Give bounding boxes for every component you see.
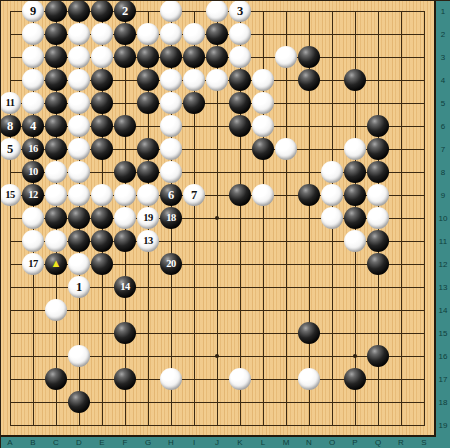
intersection-B1[interactable]: 9: [22, 0, 45, 23]
intersection-O14[interactable]: [321, 299, 344, 322]
intersection-P16[interactable]: [344, 345, 367, 368]
intersection-M4[interactable]: [275, 69, 298, 92]
intersection-H13[interactable]: [160, 276, 183, 299]
intersection-F7[interactable]: [114, 138, 137, 161]
intersection-O5[interactable]: [321, 92, 344, 115]
intersection-H14[interactable]: [160, 299, 183, 322]
intersection-A16[interactable]: [0, 345, 22, 368]
intersection-R12[interactable]: [390, 253, 413, 276]
intersection-F2[interactable]: [114, 23, 137, 46]
intersection-B4[interactable]: [22, 69, 45, 92]
intersection-I10[interactable]: [183, 207, 206, 230]
intersection-P15[interactable]: [344, 322, 367, 345]
intersection-Q9[interactable]: [367, 184, 390, 207]
intersection-E14[interactable]: [91, 299, 114, 322]
intersection-K6[interactable]: [229, 115, 252, 138]
intersection-C5[interactable]: [45, 92, 68, 115]
intersection-M5[interactable]: [275, 92, 298, 115]
intersection-K4[interactable]: [229, 69, 252, 92]
intersection-C3[interactable]: [45, 46, 68, 69]
intersection-M10[interactable]: [275, 207, 298, 230]
intersection-I5[interactable]: [183, 92, 206, 115]
intersection-M13[interactable]: [275, 276, 298, 299]
intersection-O9[interactable]: [321, 184, 344, 207]
intersection-H12[interactable]: 20: [160, 253, 183, 276]
intersection-K12[interactable]: [229, 253, 252, 276]
intersection-D6[interactable]: [68, 115, 91, 138]
intersection-J6[interactable]: [206, 115, 229, 138]
intersection-S12[interactable]: [413, 253, 436, 276]
intersection-N5[interactable]: [298, 92, 321, 115]
intersection-F16[interactable]: [114, 345, 137, 368]
intersection-E8[interactable]: [91, 161, 114, 184]
intersection-F19[interactable]: [114, 414, 137, 437]
intersection-J7[interactable]: [206, 138, 229, 161]
board-intersections[interactable]: 92311845161015126719181317▲20114: [0, 0, 436, 437]
intersection-K9[interactable]: [229, 184, 252, 207]
intersection-D15[interactable]: [68, 322, 91, 345]
intersection-B17[interactable]: [22, 368, 45, 391]
intersection-Q4[interactable]: [367, 69, 390, 92]
intersection-N16[interactable]: [298, 345, 321, 368]
intersection-C7[interactable]: [45, 138, 68, 161]
intersection-F1[interactable]: 2: [114, 0, 137, 23]
intersection-Q16[interactable]: [367, 345, 390, 368]
intersection-B19[interactable]: [22, 414, 45, 437]
intersection-M12[interactable]: [275, 253, 298, 276]
intersection-R1[interactable]: [390, 0, 413, 23]
intersection-O1[interactable]: [321, 0, 344, 23]
intersection-D3[interactable]: [68, 46, 91, 69]
intersection-N4[interactable]: [298, 69, 321, 92]
intersection-M16[interactable]: [275, 345, 298, 368]
intersection-J15[interactable]: [206, 322, 229, 345]
intersection-R5[interactable]: [390, 92, 413, 115]
intersection-J13[interactable]: [206, 276, 229, 299]
intersection-P8[interactable]: [344, 161, 367, 184]
intersection-E7[interactable]: [91, 138, 114, 161]
intersection-A4[interactable]: [0, 69, 22, 92]
intersection-D5[interactable]: [68, 92, 91, 115]
intersection-B3[interactable]: [22, 46, 45, 69]
intersection-I4[interactable]: [183, 69, 206, 92]
intersection-G16[interactable]: [137, 345, 160, 368]
intersection-A7[interactable]: 5: [0, 138, 22, 161]
intersection-N14[interactable]: [298, 299, 321, 322]
intersection-F8[interactable]: [114, 161, 137, 184]
intersection-I2[interactable]: [183, 23, 206, 46]
intersection-A8[interactable]: [0, 161, 22, 184]
intersection-F17[interactable]: [114, 368, 137, 391]
intersection-P5[interactable]: [344, 92, 367, 115]
intersection-H4[interactable]: [160, 69, 183, 92]
intersection-J8[interactable]: [206, 161, 229, 184]
intersection-E10[interactable]: [91, 207, 114, 230]
intersection-I11[interactable]: [183, 230, 206, 253]
intersection-M15[interactable]: [275, 322, 298, 345]
intersection-B13[interactable]: [22, 276, 45, 299]
intersection-L14[interactable]: [252, 299, 275, 322]
intersection-E17[interactable]: [91, 368, 114, 391]
intersection-H1[interactable]: [160, 0, 183, 23]
intersection-S10[interactable]: [413, 207, 436, 230]
intersection-G10[interactable]: 19: [137, 207, 160, 230]
intersection-F9[interactable]: [114, 184, 137, 207]
intersection-L4[interactable]: [252, 69, 275, 92]
intersection-E15[interactable]: [91, 322, 114, 345]
intersection-N6[interactable]: [298, 115, 321, 138]
intersection-R8[interactable]: [390, 161, 413, 184]
intersection-J17[interactable]: [206, 368, 229, 391]
intersection-J18[interactable]: [206, 391, 229, 414]
intersection-S6[interactable]: [413, 115, 436, 138]
intersection-P9[interactable]: [344, 184, 367, 207]
intersection-G19[interactable]: [137, 414, 160, 437]
intersection-Q12[interactable]: [367, 253, 390, 276]
intersection-N3[interactable]: [298, 46, 321, 69]
intersection-F15[interactable]: [114, 322, 137, 345]
intersection-K8[interactable]: [229, 161, 252, 184]
intersection-C13[interactable]: [45, 276, 68, 299]
intersection-H2[interactable]: [160, 23, 183, 46]
intersection-D4[interactable]: [68, 69, 91, 92]
intersection-E9[interactable]: [91, 184, 114, 207]
intersection-A11[interactable]: [0, 230, 22, 253]
intersection-R14[interactable]: [390, 299, 413, 322]
intersection-C9[interactable]: [45, 184, 68, 207]
intersection-Q6[interactable]: [367, 115, 390, 138]
intersection-H7[interactable]: [160, 138, 183, 161]
intersection-C2[interactable]: [45, 23, 68, 46]
intersection-A6[interactable]: 8: [0, 115, 22, 138]
intersection-K14[interactable]: [229, 299, 252, 322]
intersection-F11[interactable]: [114, 230, 137, 253]
intersection-J2[interactable]: [206, 23, 229, 46]
intersection-H10[interactable]: 18: [160, 207, 183, 230]
intersection-C4[interactable]: [45, 69, 68, 92]
intersection-F5[interactable]: [114, 92, 137, 115]
intersection-G18[interactable]: [137, 391, 160, 414]
intersection-A13[interactable]: [0, 276, 22, 299]
intersection-I9[interactable]: 7: [183, 184, 206, 207]
intersection-N17[interactable]: [298, 368, 321, 391]
intersection-P17[interactable]: [344, 368, 367, 391]
intersection-H5[interactable]: [160, 92, 183, 115]
intersection-O6[interactable]: [321, 115, 344, 138]
intersection-A2[interactable]: [0, 23, 22, 46]
intersection-L12[interactable]: [252, 253, 275, 276]
intersection-B18[interactable]: [22, 391, 45, 414]
intersection-N19[interactable]: [298, 414, 321, 437]
intersection-A10[interactable]: [0, 207, 22, 230]
intersection-E1[interactable]: [91, 0, 114, 23]
intersection-I16[interactable]: [183, 345, 206, 368]
intersection-P19[interactable]: [344, 414, 367, 437]
intersection-B16[interactable]: [22, 345, 45, 368]
intersection-A1[interactable]: [0, 0, 22, 23]
intersection-D7[interactable]: [68, 138, 91, 161]
intersection-E5[interactable]: [91, 92, 114, 115]
intersection-L16[interactable]: [252, 345, 275, 368]
intersection-M17[interactable]: [275, 368, 298, 391]
intersection-P6[interactable]: [344, 115, 367, 138]
intersection-O10[interactable]: [321, 207, 344, 230]
intersection-B15[interactable]: [22, 322, 45, 345]
intersection-B2[interactable]: [22, 23, 45, 46]
intersection-I18[interactable]: [183, 391, 206, 414]
intersection-E18[interactable]: [91, 391, 114, 414]
intersection-A14[interactable]: [0, 299, 22, 322]
intersection-E4[interactable]: [91, 69, 114, 92]
intersection-Q13[interactable]: [367, 276, 390, 299]
intersection-L7[interactable]: [252, 138, 275, 161]
intersection-I14[interactable]: [183, 299, 206, 322]
intersection-I17[interactable]: [183, 368, 206, 391]
intersection-F3[interactable]: [114, 46, 137, 69]
intersection-P18[interactable]: [344, 391, 367, 414]
intersection-I13[interactable]: [183, 276, 206, 299]
intersection-J1[interactable]: [206, 0, 229, 23]
intersection-N10[interactable]: [298, 207, 321, 230]
intersection-G2[interactable]: [137, 23, 160, 46]
intersection-S16[interactable]: [413, 345, 436, 368]
intersection-L10[interactable]: [252, 207, 275, 230]
intersection-J19[interactable]: [206, 414, 229, 437]
intersection-E13[interactable]: [91, 276, 114, 299]
intersection-L1[interactable]: [252, 0, 275, 23]
intersection-S19[interactable]: [413, 414, 436, 437]
intersection-J4[interactable]: [206, 69, 229, 92]
intersection-Q17[interactable]: [367, 368, 390, 391]
intersection-R11[interactable]: [390, 230, 413, 253]
intersection-L19[interactable]: [252, 414, 275, 437]
intersection-D12[interactable]: [68, 253, 91, 276]
intersection-K3[interactable]: [229, 46, 252, 69]
intersection-D16[interactable]: [68, 345, 91, 368]
intersection-O11[interactable]: [321, 230, 344, 253]
intersection-H17[interactable]: [160, 368, 183, 391]
intersection-G6[interactable]: [137, 115, 160, 138]
intersection-M18[interactable]: [275, 391, 298, 414]
intersection-K18[interactable]: [229, 391, 252, 414]
intersection-K10[interactable]: [229, 207, 252, 230]
intersection-G5[interactable]: [137, 92, 160, 115]
intersection-A19[interactable]: [0, 414, 22, 437]
intersection-E3[interactable]: [91, 46, 114, 69]
intersection-P14[interactable]: [344, 299, 367, 322]
intersection-O13[interactable]: [321, 276, 344, 299]
intersection-P11[interactable]: [344, 230, 367, 253]
intersection-K15[interactable]: [229, 322, 252, 345]
intersection-L15[interactable]: [252, 322, 275, 345]
intersection-M1[interactable]: [275, 0, 298, 23]
intersection-H11[interactable]: [160, 230, 183, 253]
intersection-D11[interactable]: [68, 230, 91, 253]
intersection-C11[interactable]: [45, 230, 68, 253]
intersection-R9[interactable]: [390, 184, 413, 207]
intersection-K1[interactable]: 3: [229, 0, 252, 23]
intersection-P3[interactable]: [344, 46, 367, 69]
intersection-A12[interactable]: [0, 253, 22, 276]
intersection-O12[interactable]: [321, 253, 344, 276]
intersection-C16[interactable]: [45, 345, 68, 368]
intersection-S17[interactable]: [413, 368, 436, 391]
intersection-O16[interactable]: [321, 345, 344, 368]
intersection-N8[interactable]: [298, 161, 321, 184]
intersection-N12[interactable]: [298, 253, 321, 276]
intersection-L11[interactable]: [252, 230, 275, 253]
intersection-E19[interactable]: [91, 414, 114, 437]
intersection-S9[interactable]: [413, 184, 436, 207]
intersection-Q10[interactable]: [367, 207, 390, 230]
intersection-J12[interactable]: [206, 253, 229, 276]
intersection-H15[interactable]: [160, 322, 183, 345]
intersection-P1[interactable]: [344, 0, 367, 23]
intersection-M11[interactable]: [275, 230, 298, 253]
intersection-C14[interactable]: [45, 299, 68, 322]
intersection-I8[interactable]: [183, 161, 206, 184]
intersection-S7[interactable]: [413, 138, 436, 161]
intersection-D14[interactable]: [68, 299, 91, 322]
intersection-R17[interactable]: [390, 368, 413, 391]
intersection-G4[interactable]: [137, 69, 160, 92]
intersection-K13[interactable]: [229, 276, 252, 299]
intersection-O3[interactable]: [321, 46, 344, 69]
intersection-R7[interactable]: [390, 138, 413, 161]
intersection-J5[interactable]: [206, 92, 229, 115]
intersection-Q14[interactable]: [367, 299, 390, 322]
intersection-C19[interactable]: [45, 414, 68, 437]
intersection-N11[interactable]: [298, 230, 321, 253]
intersection-A17[interactable]: [0, 368, 22, 391]
intersection-Q15[interactable]: [367, 322, 390, 345]
intersection-G7[interactable]: [137, 138, 160, 161]
intersection-M19[interactable]: [275, 414, 298, 437]
intersection-S11[interactable]: [413, 230, 436, 253]
intersection-G11[interactable]: 13: [137, 230, 160, 253]
intersection-I6[interactable]: [183, 115, 206, 138]
intersection-B5[interactable]: [22, 92, 45, 115]
intersection-E2[interactable]: [91, 23, 114, 46]
intersection-L5[interactable]: [252, 92, 275, 115]
intersection-K2[interactable]: [229, 23, 252, 46]
intersection-D1[interactable]: [68, 0, 91, 23]
intersection-D10[interactable]: [68, 207, 91, 230]
intersection-L17[interactable]: [252, 368, 275, 391]
intersection-E12[interactable]: [91, 253, 114, 276]
intersection-I19[interactable]: [183, 414, 206, 437]
intersection-J9[interactable]: [206, 184, 229, 207]
intersection-M8[interactable]: [275, 161, 298, 184]
intersection-M2[interactable]: [275, 23, 298, 46]
intersection-S3[interactable]: [413, 46, 436, 69]
intersection-L2[interactable]: [252, 23, 275, 46]
intersection-O18[interactable]: [321, 391, 344, 414]
intersection-L13[interactable]: [252, 276, 275, 299]
intersection-J10[interactable]: [206, 207, 229, 230]
intersection-A18[interactable]: [0, 391, 22, 414]
intersection-D8[interactable]: [68, 161, 91, 184]
intersection-L8[interactable]: [252, 161, 275, 184]
intersection-C8[interactable]: [45, 161, 68, 184]
intersection-Q19[interactable]: [367, 414, 390, 437]
intersection-O4[interactable]: [321, 69, 344, 92]
intersection-G15[interactable]: [137, 322, 160, 345]
intersection-B10[interactable]: [22, 207, 45, 230]
intersection-M7[interactable]: [275, 138, 298, 161]
intersection-K17[interactable]: [229, 368, 252, 391]
intersection-O8[interactable]: [321, 161, 344, 184]
intersection-S2[interactable]: [413, 23, 436, 46]
intersection-L3[interactable]: [252, 46, 275, 69]
intersection-C12[interactable]: ▲: [45, 253, 68, 276]
intersection-G9[interactable]: [137, 184, 160, 207]
intersection-S13[interactable]: [413, 276, 436, 299]
intersection-F13[interactable]: 14: [114, 276, 137, 299]
intersection-I3[interactable]: [183, 46, 206, 69]
intersection-D13[interactable]: 1: [68, 276, 91, 299]
intersection-B6[interactable]: 4: [22, 115, 45, 138]
intersection-B9[interactable]: 12: [22, 184, 45, 207]
intersection-F6[interactable]: [114, 115, 137, 138]
intersection-K16[interactable]: [229, 345, 252, 368]
intersection-C1[interactable]: [45, 0, 68, 23]
intersection-J14[interactable]: [206, 299, 229, 322]
intersection-R18[interactable]: [390, 391, 413, 414]
intersection-G12[interactable]: [137, 253, 160, 276]
intersection-K5[interactable]: [229, 92, 252, 115]
intersection-E16[interactable]: [91, 345, 114, 368]
intersection-S1[interactable]: [413, 0, 436, 23]
intersection-R19[interactable]: [390, 414, 413, 437]
intersection-P7[interactable]: [344, 138, 367, 161]
intersection-S5[interactable]: [413, 92, 436, 115]
intersection-R16[interactable]: [390, 345, 413, 368]
intersection-B7[interactable]: 16: [22, 138, 45, 161]
intersection-G13[interactable]: [137, 276, 160, 299]
intersection-D19[interactable]: [68, 414, 91, 437]
intersection-J11[interactable]: [206, 230, 229, 253]
intersection-B8[interactable]: 10: [22, 161, 45, 184]
intersection-F12[interactable]: [114, 253, 137, 276]
intersection-P12[interactable]: [344, 253, 367, 276]
intersection-O17[interactable]: [321, 368, 344, 391]
intersection-J16[interactable]: [206, 345, 229, 368]
intersection-G1[interactable]: [137, 0, 160, 23]
intersection-B11[interactable]: [22, 230, 45, 253]
intersection-C6[interactable]: [45, 115, 68, 138]
intersection-F4[interactable]: [114, 69, 137, 92]
intersection-F18[interactable]: [114, 391, 137, 414]
intersection-S15[interactable]: [413, 322, 436, 345]
intersection-D17[interactable]: [68, 368, 91, 391]
intersection-A3[interactable]: [0, 46, 22, 69]
intersection-H6[interactable]: [160, 115, 183, 138]
intersection-Q11[interactable]: [367, 230, 390, 253]
intersection-C10[interactable]: [45, 207, 68, 230]
intersection-N2[interactable]: [298, 23, 321, 46]
intersection-A9[interactable]: 15: [0, 184, 22, 207]
intersection-P4[interactable]: [344, 69, 367, 92]
intersection-D18[interactable]: [68, 391, 91, 414]
intersection-P13[interactable]: [344, 276, 367, 299]
intersection-N13[interactable]: [298, 276, 321, 299]
intersection-Q1[interactable]: [367, 0, 390, 23]
intersection-M3[interactable]: [275, 46, 298, 69]
intersection-I12[interactable]: [183, 253, 206, 276]
intersection-N7[interactable]: [298, 138, 321, 161]
intersection-M9[interactable]: [275, 184, 298, 207]
